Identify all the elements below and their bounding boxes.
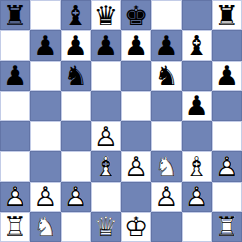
black-pawn-piece[interactable]: ♟ — [0, 61, 30, 91]
square-h1[interactable]: ♜♖ — [212, 212, 242, 242]
white-pawn-piece-outline: ♙ — [182, 182, 212, 212]
square-e5[interactable] — [121, 91, 151, 121]
square-b2[interactable]: ♟♙ — [30, 182, 60, 212]
square-g8[interactable] — [182, 0, 212, 30]
square-h7[interactable] — [212, 30, 242, 60]
square-d1[interactable]: ♛♕ — [91, 212, 121, 242]
square-b6[interactable] — [30, 61, 60, 91]
square-g6[interactable] — [182, 61, 212, 91]
square-c4[interactable] — [61, 121, 91, 151]
white-pawn-piece[interactable]: ♟♙ — [151, 182, 181, 212]
white-knight-piece[interactable]: ♞♘ — [151, 151, 181, 181]
square-c7[interactable]: ♟ — [61, 30, 91, 60]
white-bishop-piece[interactable]: ♝♗ — [182, 151, 212, 181]
square-e2[interactable] — [121, 182, 151, 212]
white-bishop-piece-outline: ♗ — [91, 151, 121, 181]
white-knight-piece-outline: ♘ — [151, 151, 181, 181]
square-e3[interactable]: ♟♙ — [121, 151, 151, 181]
square-e1[interactable]: ♚♔ — [121, 212, 151, 242]
square-a1[interactable]: ♜♖ — [0, 212, 30, 242]
black-pawn-piece[interactable]: ♟ — [121, 30, 151, 60]
square-d5[interactable] — [91, 91, 121, 121]
white-rook-piece[interactable]: ♜♖ — [0, 212, 30, 242]
square-h2[interactable] — [212, 182, 242, 212]
black-knight-piece[interactable]: ♞ — [61, 61, 91, 91]
white-queen-piece-outline: ♕ — [91, 212, 121, 242]
white-pawn-piece-outline: ♙ — [0, 182, 30, 212]
white-pawn-piece[interactable]: ♟♙ — [0, 182, 30, 212]
square-a3[interactable] — [0, 151, 30, 181]
black-bishop-piece[interactable]: ♝ — [61, 0, 91, 30]
square-d6[interactable] — [91, 61, 121, 91]
black-rook-piece[interactable]: ♜ — [212, 0, 242, 30]
black-pawn-piece[interactable]: ♟ — [212, 61, 242, 91]
white-queen-piece[interactable]: ♛♕ — [91, 212, 121, 242]
square-g4[interactable] — [182, 121, 212, 151]
white-pawn-piece[interactable]: ♟♙ — [61, 182, 91, 212]
square-b4[interactable] — [30, 121, 60, 151]
square-f6[interactable]: ♞ — [151, 61, 181, 91]
square-e8[interactable]: ♚ — [121, 0, 151, 30]
square-h3[interactable]: ♟♙ — [212, 151, 242, 181]
black-knight-piece[interactable]: ♞ — [151, 61, 181, 91]
black-bishop-piece[interactable]: ♝ — [182, 30, 212, 60]
white-king-piece-outline: ♔ — [121, 212, 151, 242]
square-a2[interactable]: ♟♙ — [0, 182, 30, 212]
white-pawn-piece[interactable]: ♟♙ — [30, 182, 60, 212]
white-pawn-piece[interactable]: ♟♙ — [91, 121, 121, 151]
square-e6[interactable] — [121, 61, 151, 91]
white-pawn-piece-outline: ♙ — [151, 182, 181, 212]
white-pawn-piece-outline: ♙ — [30, 182, 60, 212]
square-h4[interactable] — [212, 121, 242, 151]
black-pawn-piece[interactable]: ♟ — [91, 30, 121, 60]
black-pawn-piece[interactable]: ♟ — [61, 30, 91, 60]
white-pawn-piece-outline: ♙ — [91, 121, 121, 151]
square-f8[interactable] — [151, 0, 181, 30]
square-c6[interactable]: ♞ — [61, 61, 91, 91]
square-a5[interactable] — [0, 91, 30, 121]
square-b7[interactable]: ♟ — [30, 30, 60, 60]
square-e4[interactable] — [121, 121, 151, 151]
square-a4[interactable] — [0, 121, 30, 151]
square-c5[interactable] — [61, 91, 91, 121]
white-rook-piece-outline: ♖ — [212, 212, 242, 242]
square-g7[interactable]: ♝ — [182, 30, 212, 60]
square-h6[interactable]: ♟ — [212, 61, 242, 91]
square-c3[interactable] — [61, 151, 91, 181]
square-b3[interactable] — [30, 151, 60, 181]
square-c2[interactable]: ♟♙ — [61, 182, 91, 212]
black-pawn-piece[interactable]: ♟ — [30, 30, 60, 60]
square-f7[interactable]: ♟ — [151, 30, 181, 60]
white-pawn-piece[interactable]: ♟♙ — [121, 151, 151, 181]
square-b8[interactable] — [30, 0, 60, 30]
square-g5[interactable]: ♟ — [182, 91, 212, 121]
black-king-piece[interactable]: ♚ — [121, 0, 151, 30]
square-a7[interactable] — [0, 30, 30, 60]
white-knight-piece-outline: ♘ — [30, 212, 60, 242]
chess-board: ♜♝♛♚♜♟♟♟♟♟♝♟♞♞♟♟♟♙♝♗♟♙♞♘♝♗♟♙♟♙♟♙♟♙♟♙♟♙♜♖… — [0, 0, 242, 242]
square-f3[interactable]: ♞♘ — [151, 151, 181, 181]
square-e7[interactable]: ♟ — [121, 30, 151, 60]
white-knight-piece[interactable]: ♞♘ — [30, 212, 60, 242]
white-pawn-piece[interactable]: ♟♙ — [212, 151, 242, 181]
square-f1[interactable] — [151, 212, 181, 242]
square-f4[interactable] — [151, 121, 181, 151]
black-pawn-piece[interactable]: ♟ — [182, 91, 212, 121]
square-g1[interactable] — [182, 212, 212, 242]
white-rook-piece-outline: ♖ — [0, 212, 30, 242]
square-a6[interactable]: ♟ — [0, 61, 30, 91]
black-rook-piece[interactable]: ♜ — [0, 0, 30, 30]
white-pawn-piece[interactable]: ♟♙ — [182, 182, 212, 212]
square-f2[interactable]: ♟♙ — [151, 182, 181, 212]
square-d7[interactable]: ♟ — [91, 30, 121, 60]
square-d8[interactable]: ♛ — [91, 0, 121, 30]
square-d3[interactable]: ♝♗ — [91, 151, 121, 181]
square-b5[interactable] — [30, 91, 60, 121]
white-bishop-piece[interactable]: ♝♗ — [91, 151, 121, 181]
white-pawn-piece-outline: ♙ — [121, 151, 151, 181]
square-g3[interactable]: ♝♗ — [182, 151, 212, 181]
square-c1[interactable] — [61, 212, 91, 242]
square-d4[interactable]: ♟♙ — [91, 121, 121, 151]
white-pawn-piece-outline: ♙ — [61, 182, 91, 212]
black-queen-piece[interactable]: ♛ — [91, 0, 121, 30]
black-pawn-piece[interactable]: ♟ — [151, 30, 181, 60]
white-rook-piece[interactable]: ♜♖ — [212, 212, 242, 242]
square-b1[interactable]: ♞♘ — [30, 212, 60, 242]
square-h8[interactable]: ♜ — [212, 0, 242, 30]
white-bishop-piece-outline: ♗ — [182, 151, 212, 181]
square-d2[interactable] — [91, 182, 121, 212]
white-pawn-piece-outline: ♙ — [212, 151, 242, 181]
square-f5[interactable] — [151, 91, 181, 121]
square-h5[interactable] — [212, 91, 242, 121]
square-a8[interactable]: ♜ — [0, 0, 30, 30]
square-g2[interactable]: ♟♙ — [182, 182, 212, 212]
white-king-piece[interactable]: ♚♔ — [121, 212, 151, 242]
square-c8[interactable]: ♝ — [61, 0, 91, 30]
